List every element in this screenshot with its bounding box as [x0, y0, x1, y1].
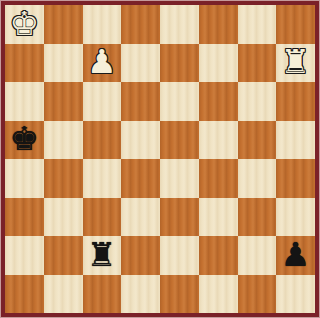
square-b3[interactable]: [44, 198, 83, 237]
square-c2[interactable]: ♜: [83, 236, 122, 275]
square-f6[interactable]: [199, 82, 238, 121]
square-c8[interactable]: [83, 5, 122, 44]
square-b6[interactable]: [44, 82, 83, 121]
square-c6[interactable]: [83, 82, 122, 121]
black-king[interactable]: ♚: [10, 122, 40, 155]
square-e2[interactable]: [160, 236, 199, 275]
square-h6[interactable]: [276, 82, 315, 121]
square-d1[interactable]: [121, 275, 160, 314]
square-b2[interactable]: [44, 236, 83, 275]
square-f8[interactable]: [199, 5, 238, 44]
square-a7[interactable]: [5, 44, 44, 83]
square-g1[interactable]: [238, 275, 277, 314]
square-g5[interactable]: [238, 121, 277, 160]
square-a3[interactable]: [5, 198, 44, 237]
square-d3[interactable]: [121, 198, 160, 237]
square-e4[interactable]: [160, 159, 199, 198]
square-c7[interactable]: ♟: [83, 44, 122, 83]
square-f7[interactable]: [199, 44, 238, 83]
square-b1[interactable]: [44, 275, 83, 314]
square-g2[interactable]: [238, 236, 277, 275]
square-b5[interactable]: [44, 121, 83, 160]
white-rook[interactable]: ♜: [281, 45, 311, 78]
black-rook[interactable]: ♜: [87, 238, 117, 271]
square-f5[interactable]: [199, 121, 238, 160]
square-d7[interactable]: [121, 44, 160, 83]
square-d5[interactable]: [121, 121, 160, 160]
square-f2[interactable]: [199, 236, 238, 275]
square-b7[interactable]: [44, 44, 83, 83]
square-h5[interactable]: [276, 121, 315, 160]
square-f3[interactable]: [199, 198, 238, 237]
square-h4[interactable]: [276, 159, 315, 198]
square-a1[interactable]: [5, 275, 44, 314]
square-g3[interactable]: [238, 198, 277, 237]
square-a8[interactable]: ♚: [5, 5, 44, 44]
white-king[interactable]: ♚: [10, 7, 40, 40]
square-d4[interactable]: [121, 159, 160, 198]
square-a6[interactable]: [5, 82, 44, 121]
square-c1[interactable]: [83, 275, 122, 314]
square-e8[interactable]: [160, 5, 199, 44]
square-g8[interactable]: [238, 5, 277, 44]
square-e5[interactable]: [160, 121, 199, 160]
square-h2[interactable]: ♟: [276, 236, 315, 275]
square-h3[interactable]: [276, 198, 315, 237]
square-f1[interactable]: [199, 275, 238, 314]
square-h1[interactable]: [276, 275, 315, 314]
black-pawn[interactable]: ♟: [281, 238, 311, 271]
square-e3[interactable]: [160, 198, 199, 237]
square-f4[interactable]: [199, 159, 238, 198]
square-h8[interactable]: [276, 5, 315, 44]
square-a4[interactable]: [5, 159, 44, 198]
white-pawn[interactable]: ♟: [87, 45, 117, 78]
square-h7[interactable]: ♜: [276, 44, 315, 83]
square-c5[interactable]: [83, 121, 122, 160]
square-b4[interactable]: [44, 159, 83, 198]
square-e6[interactable]: [160, 82, 199, 121]
square-g6[interactable]: [238, 82, 277, 121]
square-e7[interactable]: [160, 44, 199, 83]
square-g7[interactable]: [238, 44, 277, 83]
square-c4[interactable]: [83, 159, 122, 198]
square-b8[interactable]: [44, 5, 83, 44]
square-d2[interactable]: [121, 236, 160, 275]
square-a2[interactable]: [5, 236, 44, 275]
square-d6[interactable]: [121, 82, 160, 121]
square-g4[interactable]: [238, 159, 277, 198]
chess-board: ♚♟♜♚♜♟: [5, 5, 315, 313]
chess-board-frame: ♚♟♜♚♜♟: [0, 0, 320, 318]
square-d8[interactable]: [121, 5, 160, 44]
square-a5[interactable]: ♚: [5, 121, 44, 160]
square-e1[interactable]: [160, 275, 199, 314]
square-c3[interactable]: [83, 198, 122, 237]
